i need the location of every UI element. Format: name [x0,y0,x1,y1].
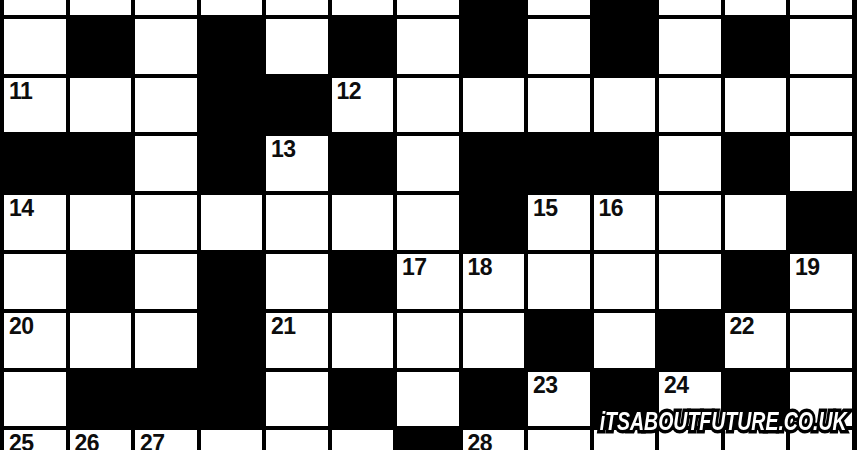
cell-r1c8[interactable] [528,19,590,74]
black-cell-r3c11 [725,136,787,191]
black-cell-r6c8 [528,313,590,368]
black-cell-r1c1 [70,19,132,74]
cell-r2c12[interactable] [790,78,852,133]
black-cell-r3c0 [4,136,66,191]
cell-r5c2[interactable] [135,254,197,309]
cell-r4c6[interactable] [397,195,459,250]
black-cell-r3c9 [594,136,656,191]
cell-r3c12[interactable] [790,136,852,191]
cell-r2c7[interactable] [463,78,525,133]
clue-number-24: 24 [664,373,689,397]
cell-r3c10[interactable] [659,136,721,191]
cell-r5c7[interactable]: 18 [463,254,525,309]
cell-r0c6[interactable] [397,0,459,15]
cell-r4c11[interactable] [725,195,787,250]
cell-r4c9[interactable]: 16 [594,195,656,250]
cell-r4c2[interactable] [135,195,197,250]
crossword-board: 111213141516171819202122232425262728 [0,0,857,450]
cell-r0c5[interactable] [332,0,394,15]
black-cell-r3c3 [201,136,263,191]
black-cell-r2c3 [201,78,263,133]
cell-r7c8[interactable]: 23 [528,372,590,427]
clue-number-17: 17 [402,255,427,279]
clue-number-23: 23 [533,373,558,397]
clue-number-19: 19 [795,255,820,279]
black-cell-r3c7 [463,136,525,191]
cell-r4c8[interactable]: 15 [528,195,590,250]
cell-r8c12[interactable] [790,430,852,450]
cell-r8c9[interactable] [594,430,656,450]
cell-r0c3[interactable] [201,0,263,15]
black-cell-r5c5 [332,254,394,309]
black-cell-r1c11 [725,19,787,74]
cell-r6c11[interactable]: 22 [725,313,787,368]
clue-number-15: 15 [533,196,558,220]
cell-r0c0[interactable] [4,0,66,15]
black-cell-r3c1 [70,136,132,191]
cell-r3c6[interactable] [397,136,459,191]
cell-r0c1[interactable] [70,0,132,15]
cell-r6c5[interactable] [332,313,394,368]
cell-r8c0[interactable]: 25 [4,430,66,450]
cell-r4c4[interactable] [266,195,328,250]
black-cell-r7c3 [201,372,263,427]
black-cell-r7c7 [463,372,525,427]
black-cell-r6c3 [201,313,263,368]
cell-r4c1[interactable] [70,195,132,250]
black-cell-r7c2 [135,372,197,427]
black-cell-r2c4 [266,78,328,133]
cell-r0c2[interactable] [135,0,197,15]
clue-number-11: 11 [9,79,32,103]
cell-r0c11[interactable] [725,0,787,15]
black-cell-r1c9 [594,19,656,74]
clue-number-18: 18 [468,255,493,279]
cell-r8c10[interactable] [659,430,721,450]
cell-r8c11[interactable] [725,430,787,450]
cell-r4c0[interactable]: 14 [4,195,66,250]
cell-r8c2[interactable]: 27 [135,430,197,450]
cell-r4c5[interactable] [332,195,394,250]
cell-r8c4[interactable] [266,430,328,450]
cell-r6c9[interactable] [594,313,656,368]
cell-r7c10[interactable]: 24 [659,372,721,427]
cell-r2c8[interactable] [528,78,590,133]
cell-r6c12[interactable] [790,313,852,368]
cell-r8c1[interactable]: 26 [70,430,132,450]
cell-r6c7[interactable] [463,313,525,368]
clue-number-14: 14 [9,196,34,220]
black-cell-r5c3 [201,254,263,309]
cell-r5c8[interactable] [528,254,590,309]
black-cell-r8c6 [397,430,459,450]
black-cell-r7c1 [70,372,132,427]
cell-r2c11[interactable] [725,78,787,133]
cell-r6c4[interactable]: 21 [266,313,328,368]
black-cell-r0c7 [463,0,525,15]
cell-r0c12[interactable] [790,0,852,15]
cell-r8c8[interactable] [528,430,590,450]
cell-r8c5[interactable] [332,430,394,450]
cell-r2c10[interactable] [659,78,721,133]
clue-number-12: 12 [337,79,362,103]
cell-r5c12[interactable]: 19 [790,254,852,309]
cell-r8c3[interactable] [201,430,263,450]
cell-r2c5[interactable]: 12 [332,78,394,133]
black-cell-r6c10 [659,313,721,368]
clue-number-22: 22 [730,314,755,338]
clue-number-26: 26 [75,431,100,450]
clue-number-16: 16 [599,196,624,220]
cell-r5c10[interactable] [659,254,721,309]
clue-number-27: 27 [140,431,165,450]
cell-r1c0[interactable] [4,19,66,74]
cell-r7c0[interactable] [4,372,66,427]
cell-r2c0[interactable]: 11 [4,78,66,133]
cell-r1c6[interactable] [397,19,459,74]
cell-r5c0[interactable] [4,254,66,309]
cell-r0c4[interactable] [266,0,328,15]
cell-r3c2[interactable] [135,136,197,191]
black-cell-r7c9 [594,372,656,427]
black-cell-r3c8 [528,136,590,191]
black-cell-r1c7 [463,19,525,74]
cell-r6c0[interactable]: 20 [4,313,66,368]
black-cell-r7c5 [332,372,394,427]
black-cell-r5c1 [70,254,132,309]
cell-r1c10[interactable] [659,19,721,74]
cell-r5c4[interactable] [266,254,328,309]
cell-r3c4[interactable]: 13 [266,136,328,191]
cell-r8c7[interactable]: 28 [463,430,525,450]
cell-r1c4[interactable] [266,19,328,74]
clue-number-21: 21 [271,314,296,338]
cell-r7c12[interactable] [790,372,852,427]
cell-r0c10[interactable] [659,0,721,15]
cell-r2c6[interactable] [397,78,459,133]
black-cell-r4c7 [463,195,525,250]
cell-r6c6[interactable] [397,313,459,368]
black-cell-r5c11 [725,254,787,309]
cell-r5c6[interactable]: 17 [397,254,459,309]
cell-r5c9[interactable] [594,254,656,309]
cell-r1c2[interactable] [135,19,197,74]
black-cell-r1c3 [201,19,263,74]
cell-r2c1[interactable] [70,78,132,133]
black-cell-r7c11 [725,372,787,427]
black-cell-r0c9 [594,0,656,15]
black-cell-r1c5 [332,19,394,74]
clue-number-13: 13 [271,137,296,161]
cell-r0c8[interactable] [528,0,590,15]
cell-r7c4[interactable] [266,372,328,427]
clue-number-20: 20 [9,314,34,338]
clue-number-25: 25 [9,431,34,450]
cell-r1c12[interactable] [790,19,852,74]
clue-number-28: 28 [468,431,493,450]
black-cell-r4c12 [790,195,852,250]
cell-r7c6[interactable] [397,372,459,427]
black-cell-r3c5 [332,136,394,191]
cell-r6c2[interactable] [135,313,197,368]
cell-r4c10[interactable] [659,195,721,250]
cell-r4c3[interactable] [201,195,263,250]
cell-r6c1[interactable] [70,313,132,368]
cell-r2c2[interactable] [135,78,197,133]
cell-r2c9[interactable] [594,78,656,133]
